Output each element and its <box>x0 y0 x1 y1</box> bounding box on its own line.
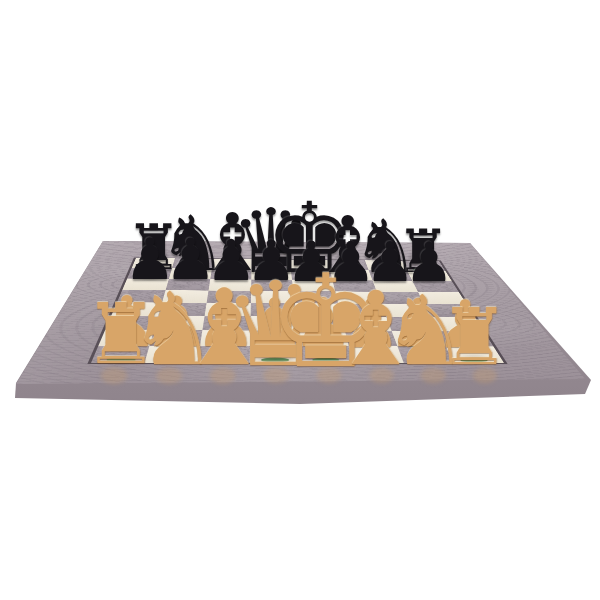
square-a4 <box>111 302 162 316</box>
square-g2 <box>392 331 446 346</box>
square-e3 <box>296 316 345 330</box>
square-f5 <box>335 291 381 303</box>
square-e7 <box>291 269 333 280</box>
square-a7 <box>127 268 172 279</box>
square-e1 <box>300 346 353 363</box>
square-b4 <box>158 303 206 316</box>
square-d3 <box>250 316 298 330</box>
square-c2 <box>200 330 250 346</box>
square-f3 <box>341 317 391 331</box>
square-c5 <box>207 291 251 303</box>
square-g3 <box>386 317 438 331</box>
square-f4 <box>338 304 386 317</box>
square-h6 <box>412 281 459 292</box>
square-d5 <box>251 291 295 303</box>
square-a1 <box>91 346 149 363</box>
square-f2 <box>345 331 397 346</box>
square-b7 <box>169 268 212 279</box>
square-a5 <box>117 290 166 303</box>
square-g6 <box>373 280 418 292</box>
square-h3 <box>431 317 484 331</box>
square-e2 <box>298 331 349 347</box>
square-e6 <box>292 280 335 292</box>
square-d2 <box>250 331 300 347</box>
square-b5 <box>162 290 208 303</box>
square-c7 <box>210 269 251 280</box>
square-h5 <box>418 292 467 304</box>
chess-set-photo: ♜♞♝♛♚♝♞♜♟♟♟♟♟♟♟♟♟♟♟♟♟♟♟♟♜♞♝♛♚♝♞♜ <box>0 0 600 600</box>
square-b3 <box>154 316 205 331</box>
square-e4 <box>295 303 342 316</box>
square-g4 <box>381 304 430 317</box>
square-b6 <box>166 279 211 291</box>
square-g7 <box>369 270 413 281</box>
square-d4 <box>251 303 297 316</box>
square-f7 <box>330 270 373 281</box>
board-playing-area <box>91 258 504 363</box>
square-h7 <box>407 270 452 281</box>
square-e8 <box>290 260 330 270</box>
square-h4 <box>424 304 475 317</box>
square-g5 <box>377 292 424 304</box>
square-h2 <box>438 331 494 346</box>
square-a2 <box>98 330 154 346</box>
square-b1 <box>144 346 200 363</box>
square-b2 <box>149 330 202 346</box>
square-h1 <box>446 346 504 363</box>
square-f6 <box>332 280 376 292</box>
square-f8 <box>327 260 368 270</box>
square-a8 <box>132 258 175 268</box>
square-d8 <box>252 259 291 269</box>
square-c1 <box>197 346 250 363</box>
square-h8 <box>402 261 445 271</box>
square-g1 <box>397 346 454 363</box>
square-b8 <box>172 258 213 268</box>
square-c4 <box>205 303 251 316</box>
square-c6 <box>209 279 252 291</box>
square-e5 <box>293 291 338 303</box>
square-d1 <box>250 346 302 363</box>
square-c3 <box>202 316 250 330</box>
square-a6 <box>122 279 169 291</box>
square-f1 <box>349 346 404 363</box>
square-a3 <box>105 316 158 331</box>
square-g8 <box>365 260 407 270</box>
square-d7 <box>251 269 292 280</box>
square-c8 <box>212 259 252 269</box>
square-d6 <box>251 280 293 292</box>
